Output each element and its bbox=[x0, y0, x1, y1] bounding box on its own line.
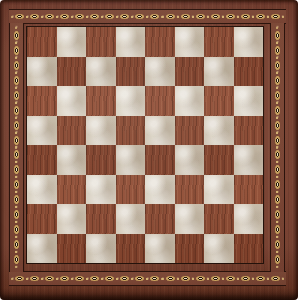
inlay-ornament-icon bbox=[275, 225, 280, 234]
board-square[interactable] bbox=[57, 57, 87, 87]
inlay-ornament-icon bbox=[75, 276, 84, 281]
board-square[interactable] bbox=[234, 27, 264, 57]
inlay-ornament-icon bbox=[14, 225, 19, 234]
board-square[interactable] bbox=[234, 175, 264, 205]
board-square[interactable] bbox=[145, 145, 175, 175]
inlay-border-left bbox=[9, 23, 24, 272]
inlay-ornament-icon bbox=[241, 14, 250, 19]
board-square[interactable] bbox=[234, 145, 264, 175]
inlay-ornament-icon bbox=[150, 14, 159, 19]
board-square[interactable] bbox=[145, 234, 175, 264]
inlay-ornament-icon bbox=[275, 91, 280, 100]
inlay-ornament-icon bbox=[14, 106, 19, 115]
board-square[interactable] bbox=[57, 27, 87, 57]
inlay-ornament-icon bbox=[226, 14, 235, 19]
inlay-ornament-icon bbox=[90, 14, 99, 19]
board-square[interactable] bbox=[116, 204, 146, 234]
inlay-ornament-icon bbox=[120, 276, 129, 281]
board-square[interactable] bbox=[234, 57, 264, 87]
board-square[interactable] bbox=[175, 234, 205, 264]
board-square[interactable] bbox=[204, 204, 234, 234]
board-square[interactable] bbox=[234, 86, 264, 116]
inlay-ornament-icon bbox=[275, 210, 280, 219]
board-square[interactable] bbox=[27, 27, 57, 57]
board-square[interactable] bbox=[86, 57, 116, 87]
board-square[interactable] bbox=[116, 86, 146, 116]
board-square[interactable] bbox=[175, 116, 205, 146]
inlay-ornament-icon bbox=[14, 180, 19, 189]
inlay-ornament-icon bbox=[166, 14, 175, 19]
inlay-ornament-icon bbox=[90, 276, 99, 281]
inlay-ornament-icon bbox=[275, 76, 280, 85]
inlay-ornament-icon bbox=[275, 165, 280, 174]
board-square[interactable] bbox=[57, 116, 87, 146]
inlay-ornament-icon bbox=[275, 121, 280, 130]
inlay-ornament-icon bbox=[211, 276, 220, 281]
board-square[interactable] bbox=[204, 57, 234, 87]
board-square[interactable] bbox=[204, 27, 234, 57]
board-square[interactable] bbox=[204, 234, 234, 264]
inlay-ornament-icon bbox=[275, 240, 280, 249]
inlay-ornament-icon bbox=[271, 14, 280, 19]
inlay-ornament-icon bbox=[275, 180, 280, 189]
inlay-ornament-icon bbox=[60, 276, 69, 281]
board-square[interactable] bbox=[57, 145, 87, 175]
board-square[interactable] bbox=[27, 57, 57, 87]
board-square[interactable] bbox=[86, 86, 116, 116]
inlay-ornament-icon bbox=[275, 195, 280, 204]
inlay-ornament-icon bbox=[14, 240, 19, 249]
inlay-ornament-icon bbox=[135, 14, 144, 19]
inlay-ornament-icon bbox=[14, 76, 19, 85]
board-square[interactable] bbox=[27, 86, 57, 116]
photo-background bbox=[0, 0, 300, 300]
inlay-ornament-icon bbox=[105, 14, 114, 19]
board-inner-frame bbox=[26, 26, 264, 264]
inlay-ornament-icon bbox=[181, 276, 190, 281]
board-square[interactable] bbox=[86, 175, 116, 205]
board-square[interactable] bbox=[175, 145, 205, 175]
board-square[interactable] bbox=[204, 86, 234, 116]
inlay-ornament-icon bbox=[30, 276, 39, 281]
board-square[interactable] bbox=[234, 234, 264, 264]
board-square[interactable] bbox=[86, 145, 116, 175]
board-square[interactable] bbox=[86, 204, 116, 234]
inlay-ornament-icon bbox=[211, 14, 220, 19]
inlay-ornament-icon bbox=[275, 136, 280, 145]
inlay-ornament-icon bbox=[14, 121, 19, 130]
board-square[interactable] bbox=[204, 116, 234, 146]
inlay-ornament-icon bbox=[196, 276, 205, 281]
board-square[interactable] bbox=[175, 86, 205, 116]
board-grid bbox=[27, 27, 263, 263]
board-square[interactable] bbox=[175, 27, 205, 57]
inlay-ornament-icon bbox=[196, 14, 205, 19]
board-square[interactable] bbox=[57, 86, 87, 116]
board-square[interactable] bbox=[175, 57, 205, 87]
inlay-ornament-icon bbox=[45, 276, 54, 281]
inlay-ornament-icon bbox=[275, 31, 280, 40]
board-square[interactable] bbox=[86, 27, 116, 57]
inlay-ornament-icon bbox=[75, 14, 84, 19]
board-square[interactable] bbox=[116, 116, 146, 146]
inlay-ornament-icon bbox=[30, 14, 39, 19]
board-square[interactable] bbox=[27, 116, 57, 146]
board-square[interactable] bbox=[116, 145, 146, 175]
board-square[interactable] bbox=[116, 57, 146, 87]
board-square[interactable] bbox=[145, 204, 175, 234]
inlay-ornament-icon bbox=[275, 46, 280, 55]
inlay-ornament-icon bbox=[166, 276, 175, 281]
board-square[interactable] bbox=[145, 86, 175, 116]
board-square[interactable] bbox=[27, 145, 57, 175]
inlay-ornament-icon bbox=[150, 276, 159, 281]
inlay-ornament-icon bbox=[275, 61, 280, 70]
inlay-ornament-icon bbox=[275, 255, 280, 264]
board-square[interactable] bbox=[57, 234, 87, 264]
inlay-ornament-icon bbox=[181, 14, 190, 19]
inlay-ornament-icon bbox=[271, 276, 280, 281]
board-square[interactable] bbox=[116, 234, 146, 264]
board-square[interactable] bbox=[204, 145, 234, 175]
board-square[interactable] bbox=[234, 116, 264, 146]
inlay-ornament-icon bbox=[256, 276, 265, 281]
board-square[interactable] bbox=[145, 57, 175, 87]
inlay-ornament-icon bbox=[226, 276, 235, 281]
board-square[interactable] bbox=[234, 204, 264, 234]
board-square[interactable] bbox=[175, 175, 205, 205]
inlay-border-bottom bbox=[9, 271, 286, 286]
inlay-ornament-icon bbox=[15, 14, 24, 19]
inlay-ornament-icon bbox=[241, 276, 250, 281]
inlay-ornament-icon bbox=[45, 14, 54, 19]
board-square[interactable] bbox=[86, 116, 116, 146]
inlay-ornament-icon bbox=[15, 276, 24, 281]
chess-board bbox=[0, 0, 298, 300]
inlay-ornament-icon bbox=[14, 136, 19, 145]
inlay-ornament-icon bbox=[120, 14, 129, 19]
inlay-ornament-icon bbox=[256, 14, 265, 19]
board-square[interactable] bbox=[175, 204, 205, 234]
inlay-ornament-icon bbox=[14, 61, 19, 70]
board-square[interactable] bbox=[145, 175, 175, 205]
inlay-ornament-icon bbox=[275, 106, 280, 115]
board-square[interactable] bbox=[86, 234, 116, 264]
board-square[interactable] bbox=[145, 116, 175, 146]
board-square[interactable] bbox=[57, 204, 87, 234]
board-square[interactable] bbox=[57, 175, 87, 205]
inlay-ornament-icon bbox=[275, 150, 280, 159]
board-square[interactable] bbox=[116, 175, 146, 205]
board-square[interactable] bbox=[116, 27, 146, 57]
inlay-ornament-icon bbox=[14, 31, 19, 40]
inlay-border-right bbox=[270, 23, 285, 272]
inlay-border-top bbox=[9, 9, 286, 24]
board-square[interactable] bbox=[27, 175, 57, 205]
inlay-ornament-icon bbox=[14, 195, 19, 204]
board-square[interactable] bbox=[27, 204, 57, 234]
inlay-ornament-icon bbox=[105, 276, 114, 281]
inlay-ornament-icon bbox=[14, 210, 19, 219]
board-square[interactable] bbox=[145, 27, 175, 57]
inlay-ornament-icon bbox=[14, 91, 19, 100]
inlay-ornament-icon bbox=[14, 46, 19, 55]
inlay-ornament-icon bbox=[14, 255, 19, 264]
board-square[interactable] bbox=[27, 234, 57, 264]
inlay-ornament-icon bbox=[135, 276, 144, 281]
inlay-ornament-icon bbox=[14, 150, 19, 159]
inlay-ornament-icon bbox=[60, 14, 69, 19]
inlay-ornament-icon bbox=[14, 165, 19, 174]
board-square[interactable] bbox=[204, 175, 234, 205]
